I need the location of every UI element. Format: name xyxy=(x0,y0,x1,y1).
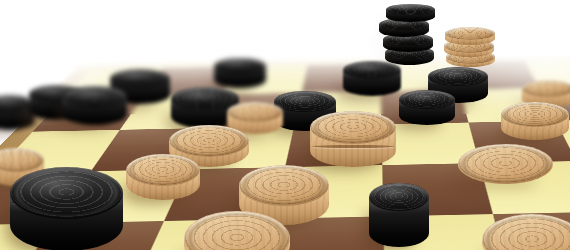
checker-piece-wood[interactable]: ⛀ xyxy=(482,214,570,250)
piece-top-face xyxy=(522,80,570,97)
piece-top-face xyxy=(369,183,429,211)
checker-piece-black[interactable]: ⛂ xyxy=(214,58,266,88)
piece-top-face xyxy=(482,214,570,250)
checker-piece-wood[interactable]: ⛀ xyxy=(458,144,553,182)
piece-top-face xyxy=(386,4,435,15)
piece-top-face xyxy=(274,91,336,112)
piece-top-face xyxy=(10,167,123,219)
piece-top-face xyxy=(184,211,290,250)
checker-piece-black[interactable]: ⛂ xyxy=(63,86,127,125)
checker-piece-black[interactable]: ⛂ xyxy=(343,61,401,96)
checker-piece-wood[interactable]: ⛀ xyxy=(310,111,396,168)
piece-top-face xyxy=(310,111,396,144)
pieces-layer: ⛂⛂⛂⛂⛂⛂⛂⛂⛂⛂⛂⛂⛂⛂⛂⛂⛀⛀⛀⛀⛀⛀⛀⛀⛀⛀⛀⛀⛀⛀ xyxy=(0,0,570,250)
checker-piece-black[interactable]: ⛂ xyxy=(399,90,455,126)
checker-piece-wood[interactable]: ⛀ xyxy=(445,27,495,46)
piece-top-face xyxy=(239,165,329,206)
piece-top-face xyxy=(214,58,266,74)
piece-top-face xyxy=(428,67,488,86)
piece-top-face xyxy=(126,154,200,186)
piece-top-face xyxy=(458,144,553,184)
piece-top-face xyxy=(110,69,170,88)
checker-piece-black[interactable]: ⛂ xyxy=(10,167,123,250)
piece-seam-groove xyxy=(312,145,395,148)
checkers-photo-scene: ⛂⛂⛂⛂⛂⛂⛂⛂⛂⛂⛂⛂⛂⛂⛂⛂⛀⛀⛀⛀⛀⛀⛀⛀⛀⛀⛀⛀⛀⛀ xyxy=(0,0,570,250)
piece-top-face xyxy=(399,90,455,109)
checker-piece-black[interactable]: ⛂ xyxy=(386,4,435,23)
checker-piece-wood[interactable]: ⛀ xyxy=(126,154,200,200)
checker-piece-black[interactable]: ⛂ xyxy=(369,183,429,247)
piece-top-face xyxy=(169,125,249,157)
piece-top-face xyxy=(501,102,569,127)
checker-piece-wood[interactable]: ⛀ xyxy=(501,102,569,141)
piece-top-face xyxy=(227,102,283,122)
piece-top-face xyxy=(343,61,401,79)
checker-piece-wood[interactable]: ⛀ xyxy=(184,211,290,250)
piece-top-face xyxy=(63,86,127,108)
piece-top-face xyxy=(445,27,495,40)
